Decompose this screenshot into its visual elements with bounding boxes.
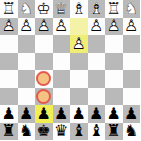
square-g6[interactable] — [18, 88, 36, 106]
square-b7[interactable]: ♟ — [105, 105, 123, 123]
white-bishop-piece: ♝♗ — [72, 1, 86, 17]
square-b2[interactable]: ♟♙ — [105, 18, 123, 36]
square-h3[interactable] — [0, 35, 18, 53]
square-b8[interactable]: ♜ — [105, 123, 123, 141]
square-c6[interactable] — [88, 88, 106, 106]
white-pawn-piece: ♟♙ — [37, 18, 51, 34]
square-h4[interactable] — [0, 53, 18, 71]
square-c2[interactable]: ♟♙ — [88, 18, 106, 36]
square-b5[interactable] — [105, 70, 123, 88]
square-e8[interactable]: ♛ — [53, 123, 71, 141]
square-c5[interactable] — [88, 70, 106, 88]
square-f4[interactable] — [35, 53, 53, 71]
white-pawn-piece: ♟♙ — [2, 18, 16, 34]
black-pawn-piece: ♟ — [2, 106, 16, 122]
square-d7[interactable]: ♟ — [70, 105, 88, 123]
square-e7[interactable]: ♟ — [53, 105, 71, 123]
square-h8[interactable]: ♜ — [0, 123, 18, 141]
black-bishop-piece: ♝ — [72, 123, 86, 139]
square-a1[interactable]: ♞♘ — [123, 0, 141, 18]
square-f7-selected-piece[interactable]: ♟ — [35, 105, 53, 123]
square-h2[interactable]: ♟♙ — [0, 18, 18, 36]
white-knight-piece: ♞♘ — [19, 1, 33, 17]
square-d2-last-move-from[interactable] — [70, 18, 88, 36]
square-f6[interactable] — [35, 88, 53, 106]
black-rook-piece: ♜ — [2, 123, 16, 139]
square-g3[interactable] — [18, 35, 36, 53]
chess-board: ♜♖♞♘♚♔♛♕♝♗♝♗♜♖♞♘♟♙♟♙♟♙♟♙♟♙♟♙♟♙♟♙♟♟♟♟♟♟♟♟… — [0, 0, 140, 140]
white-queen-piece: ♛♕ — [54, 1, 68, 17]
square-f2[interactable]: ♟♙ — [35, 18, 53, 36]
square-d5[interactable] — [70, 70, 88, 88]
square-h1[interactable]: ♜♖ — [0, 0, 18, 18]
square-c7[interactable]: ♟ — [88, 105, 106, 123]
square-b6[interactable] — [105, 88, 123, 106]
move-hint-circle[interactable] — [36, 89, 51, 104]
white-rook-piece: ♜♖ — [107, 1, 121, 17]
white-pawn-piece: ♟♙ — [107, 18, 121, 34]
black-pawn-piece: ♟ — [19, 106, 33, 122]
square-d3-last-move-to[interactable]: ♟♙ — [70, 35, 88, 53]
square-d6[interactable] — [70, 88, 88, 106]
white-king-piece: ♚♔ — [37, 1, 51, 17]
white-knight-piece: ♞♘ — [124, 1, 138, 17]
black-pawn-piece: ♟ — [72, 106, 86, 122]
white-pawn-piece: ♟♙ — [19, 18, 33, 34]
white-rook-piece: ♜♖ — [2, 1, 16, 17]
square-c3[interactable] — [88, 35, 106, 53]
square-b3[interactable] — [105, 35, 123, 53]
black-pawn-piece: ♟ — [107, 106, 121, 122]
black-pawn-piece: ♟ — [54, 106, 68, 122]
square-f5[interactable] — [35, 70, 53, 88]
square-g8[interactable]: ♞ — [18, 123, 36, 141]
square-g7[interactable]: ♟ — [18, 105, 36, 123]
square-a4[interactable] — [123, 53, 141, 71]
square-b1[interactable]: ♜♖ — [105, 0, 123, 18]
square-a2[interactable]: ♟♙ — [123, 18, 141, 36]
white-pawn-piece: ♟♙ — [124, 18, 138, 34]
square-g1[interactable]: ♞♘ — [18, 0, 36, 18]
square-e2[interactable]: ♟♙ — [53, 18, 71, 36]
black-pawn-piece: ♟ — [89, 106, 103, 122]
square-d1[interactable]: ♝♗ — [70, 0, 88, 18]
square-f1[interactable]: ♚♔ — [35, 0, 53, 18]
move-hint-circle[interactable] — [36, 71, 51, 86]
square-h7[interactable]: ♟ — [0, 105, 18, 123]
square-g4[interactable] — [18, 53, 36, 71]
square-c4[interactable] — [88, 53, 106, 71]
square-h5[interactable] — [0, 70, 18, 88]
square-e1[interactable]: ♛♕ — [53, 0, 71, 18]
square-g2[interactable]: ♟♙ — [18, 18, 36, 36]
square-e6[interactable] — [53, 88, 71, 106]
black-queen-piece: ♛ — [54, 123, 68, 139]
square-f3[interactable] — [35, 35, 53, 53]
white-pawn-piece: ♟♙ — [54, 18, 68, 34]
square-f8[interactable]: ♚ — [35, 123, 53, 141]
white-pawn-piece: ♟♙ — [89, 18, 103, 34]
square-d8[interactable]: ♝ — [70, 123, 88, 141]
square-c8[interactable]: ♝ — [88, 123, 106, 141]
square-a6[interactable] — [123, 88, 141, 106]
square-e4[interactable] — [53, 53, 71, 71]
square-c1[interactable]: ♝♗ — [88, 0, 106, 18]
square-b4[interactable] — [105, 53, 123, 71]
square-d4[interactable] — [70, 53, 88, 71]
black-pawn-piece: ♟ — [37, 106, 51, 122]
square-e5[interactable] — [53, 70, 71, 88]
black-knight-piece: ♞ — [124, 123, 138, 139]
square-g5[interactable] — [18, 70, 36, 88]
square-h6[interactable] — [0, 88, 18, 106]
white-bishop-piece: ♝♗ — [89, 1, 103, 17]
square-a7[interactable]: ♟ — [123, 105, 141, 123]
square-a3[interactable] — [123, 35, 141, 53]
black-knight-piece: ♞ — [19, 123, 33, 139]
square-e3[interactable] — [53, 35, 71, 53]
square-a5[interactable] — [123, 70, 141, 88]
black-bishop-piece: ♝ — [89, 123, 103, 139]
square-a8[interactable]: ♞ — [123, 123, 141, 141]
black-rook-piece: ♜ — [107, 123, 121, 139]
white-pawn-piece: ♟♙ — [72, 36, 86, 52]
black-king-piece: ♚ — [37, 123, 51, 139]
black-pawn-piece: ♟ — [124, 106, 138, 122]
